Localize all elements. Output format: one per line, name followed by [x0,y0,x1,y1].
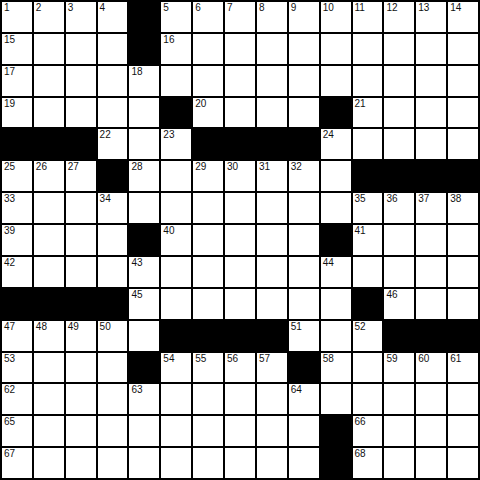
crossword-cell[interactable]: 33 [2,193,32,223]
crossword-cell[interactable] [257,289,287,319]
crossword-cell[interactable] [384,225,414,255]
crossword-cell[interactable] [353,353,383,383]
crossword-cell[interactable] [98,257,128,287]
clue-number: 5 [163,2,169,14]
crossword-cell[interactable] [129,129,159,159]
crossword-cell[interactable]: 16 [161,34,191,64]
crossword-cell[interactable] [66,257,96,287]
clue-number: 44 [323,257,334,269]
crossword-cell[interactable] [66,353,96,383]
crossword-cell[interactable] [289,289,319,319]
crossword-cell[interactable]: 54 [161,353,191,383]
crossword-cell[interactable] [289,66,319,96]
clue-number: 46 [386,289,397,301]
clue-number: 50 [100,321,111,333]
crossword-cell[interactable] [98,416,128,446]
crossword-cell[interactable] [448,66,478,96]
crossword-cell[interactable] [416,257,446,287]
crossword-cell[interactable]: 29 [193,161,223,191]
crossword-cell[interactable]: 38 [448,193,478,223]
crossword-cell[interactable]: 41 [353,225,383,255]
crossword-cell[interactable] [66,193,96,223]
crossword-cell[interactable]: 20 [193,98,223,128]
crossword-cell[interactable] [34,416,64,446]
crossword-cell[interactable]: 65 [2,416,32,446]
crossword-cell[interactable] [193,257,223,287]
crossword-cell[interactable] [448,257,478,287]
crossword-cell[interactable] [225,257,255,287]
crossword-cell[interactable] [257,193,287,223]
crossword-cell[interactable] [321,193,351,223]
clue-number: 67 [4,448,15,460]
crossword-cell[interactable]: 19 [2,98,32,128]
clue-number: 18 [131,66,142,78]
crossword-cell[interactable]: 1 [2,2,32,32]
crossword-black-cell [161,98,191,128]
crossword-cell[interactable] [193,225,223,255]
clue-number: 11 [355,2,365,14]
crossword-cell[interactable] [289,416,319,446]
crossword-cell[interactable]: 45 [129,289,159,319]
crossword-black-cell [2,129,32,159]
crossword-cell[interactable]: 52 [353,321,383,351]
crossword-cell[interactable]: 58 [321,353,351,383]
crossword-cell[interactable]: 56 [225,353,255,383]
crossword-cell[interactable] [98,98,128,128]
clue-number: 43 [131,257,142,269]
crossword-black-cell [34,129,64,159]
clue-number: 35 [355,193,366,205]
clue-number: 28 [131,161,142,173]
clue-number: 23 [163,129,174,141]
crossword-cell[interactable] [129,448,159,478]
crossword-cell[interactable] [225,416,255,446]
crossword-cell[interactable] [257,66,287,96]
clue-number: 25 [4,161,15,173]
crossword-cell[interactable] [384,98,414,128]
crossword-cell[interactable]: 17 [2,66,32,96]
clue-number: 54 [163,353,174,365]
crossword-black-cell [321,448,351,478]
crossword-cell[interactable] [98,34,128,64]
crossword-cell[interactable]: 22 [98,129,128,159]
crossword-cell[interactable]: 18 [129,66,159,96]
crossword-cell[interactable]: 61 [448,353,478,383]
clue-number: 33 [4,193,15,205]
crossword-cell[interactable] [257,257,287,287]
crossword-black-cell [353,289,383,319]
crossword-cell[interactable]: 6 [193,2,223,32]
crossword-cell[interactable] [353,257,383,287]
clue-number: 47 [4,321,15,333]
crossword-cell[interactable] [416,66,446,96]
clue-number: 48 [36,321,47,333]
crossword-cell[interactable] [34,257,64,287]
crossword-cell[interactable] [66,416,96,446]
crossword-black-cell [416,161,446,191]
crossword-black-cell [384,161,414,191]
crossword-black-cell [448,321,478,351]
clue-number: 65 [4,416,15,428]
crossword-cell[interactable]: 14 [448,2,478,32]
crossword-cell[interactable]: 59 [384,353,414,383]
crossword-cell[interactable]: 57 [257,353,287,383]
crossword-cell[interactable] [321,161,351,191]
crossword-cell[interactable] [353,129,383,159]
crossword-cell[interactable]: 32 [289,161,319,191]
clue-number: 3 [68,2,74,14]
crossword-cell[interactable] [66,34,96,64]
clue-number: 52 [355,321,366,333]
clue-number: 16 [163,34,174,46]
crossword-cell[interactable] [448,225,478,255]
clue-number: 32 [291,161,302,173]
crossword-cell[interactable] [66,98,96,128]
crossword-cell[interactable]: 62 [2,384,32,414]
clue-number: 9 [291,2,297,14]
crossword-cell[interactable] [416,225,446,255]
crossword-cell[interactable] [225,289,255,319]
crossword-cell[interactable] [34,448,64,478]
clue-number: 6 [195,2,201,14]
crossword-cell[interactable] [161,193,191,223]
clue-number: 20 [195,98,206,110]
crossword-cell[interactable] [289,98,319,128]
crossword-black-cell [66,129,96,159]
crossword-cell[interactable] [34,34,64,64]
crossword-cell[interactable] [384,66,414,96]
clue-number: 56 [227,353,238,365]
crossword-cell[interactable] [321,384,351,414]
clue-number: 58 [323,353,334,365]
crossword-cell[interactable]: 39 [2,225,32,255]
clue-number: 14 [450,2,461,14]
crossword-black-cell [161,321,191,351]
crossword-cell[interactable] [34,98,64,128]
clue-number: 60 [418,353,429,365]
crossword-black-cell [225,129,255,159]
crossword-cell[interactable] [34,193,64,223]
crossword-cell[interactable] [321,289,351,319]
crossword-black-cell [416,321,446,351]
crossword-cell[interactable] [384,129,414,159]
clue-number: 12 [386,2,397,14]
crossword-puzzle: 1234567891011121314151617181920212223242… [0,0,480,480]
crossword-cell[interactable] [66,66,96,96]
crossword-cell[interactable] [225,98,255,128]
crossword-cell[interactable] [66,225,96,255]
clue-number: 24 [323,129,334,141]
crossword-cell[interactable]: 7 [225,2,255,32]
crossword-cell[interactable] [384,34,414,64]
crossword-cell[interactable] [257,98,287,128]
crossword-cell[interactable]: 31 [257,161,287,191]
crossword-cell[interactable] [353,34,383,64]
crossword-cell[interactable] [257,384,287,414]
crossword-cell[interactable] [98,225,128,255]
crossword-black-cell [34,289,64,319]
crossword-cell[interactable] [416,448,446,478]
crossword-cell[interactable] [289,257,319,287]
crossword-cell[interactable] [161,384,191,414]
crossword-cell[interactable]: 3 [66,2,96,32]
crossword-cell[interactable] [257,225,287,255]
crossword-cell[interactable] [225,448,255,478]
crossword-cell[interactable]: 37 [416,193,446,223]
clue-number: 41 [355,225,366,237]
crossword-cell[interactable] [448,448,478,478]
crossword-cell[interactable] [225,225,255,255]
crossword-cell[interactable] [34,384,64,414]
clue-number: 53 [4,353,15,365]
crossword-cell[interactable] [384,257,414,287]
clue-number: 15 [4,34,15,46]
crossword-cell[interactable]: 34 [98,193,128,223]
crossword-cell[interactable]: 63 [129,384,159,414]
clue-number: 13 [418,2,429,14]
crossword-cell[interactable] [416,34,446,64]
crossword-cell[interactable] [225,34,255,64]
crossword-cell[interactable] [448,129,478,159]
crossword-black-cell [129,225,159,255]
crossword-black-cell [257,129,287,159]
clue-number: 19 [4,98,15,110]
crossword-cell[interactable] [129,193,159,223]
crossword-cell[interactable] [66,384,96,414]
clue-number: 39 [4,225,15,237]
clue-number: 62 [4,384,15,396]
crossword-cell[interactable]: 48 [34,321,64,351]
crossword-black-cell [321,416,351,446]
crossword-cell[interactable]: 46 [384,289,414,319]
crossword-cell[interactable] [193,448,223,478]
crossword-black-cell [353,161,383,191]
crossword-cell[interactable] [98,353,128,383]
crossword-cell[interactable]: 15 [2,34,32,64]
clue-number: 7 [227,2,233,14]
crossword-black-cell [289,129,319,159]
crossword-cell[interactable] [448,416,478,446]
clue-number: 57 [259,353,270,365]
crossword-cell[interactable]: 24 [321,129,351,159]
crossword-cell[interactable]: 66 [353,416,383,446]
crossword-cell[interactable]: 47 [2,321,32,351]
crossword-cell[interactable] [416,289,446,319]
crossword-cell[interactable] [321,34,351,64]
crossword-cell[interactable] [321,321,351,351]
crossword-cell[interactable]: 53 [2,353,32,383]
crossword-cell[interactable] [66,448,96,478]
crossword-cell[interactable]: 49 [66,321,96,351]
crossword-cell[interactable]: 26 [34,161,64,191]
crossword-cell[interactable] [161,289,191,319]
crossword-cell[interactable] [225,193,255,223]
crossword-black-cell [66,289,96,319]
crossword-cell[interactable]: 60 [416,353,446,383]
crossword-cell[interactable]: 64 [289,384,319,414]
crossword-cell[interactable]: 68 [353,448,383,478]
clue-number: 37 [418,193,429,205]
crossword-cell[interactable]: 21 [353,98,383,128]
crossword-cell[interactable]: 5 [161,2,191,32]
crossword-cell[interactable] [448,384,478,414]
clue-number: 2 [36,2,42,14]
crossword-black-cell [129,2,159,32]
clue-number: 38 [450,193,461,205]
crossword-cell[interactable] [193,289,223,319]
crossword-cell[interactable]: 8 [257,2,287,32]
crossword-cell[interactable]: 23 [161,129,191,159]
crossword-cell[interactable] [193,193,223,223]
crossword-cell[interactable]: 44 [321,257,351,287]
crossword-cell[interactable] [448,289,478,319]
crossword-cell[interactable] [34,225,64,255]
crossword-cell[interactable] [161,161,191,191]
crossword-black-cell [225,321,255,351]
crossword-cell[interactable]: 12 [384,2,414,32]
crossword-cell[interactable] [353,384,383,414]
crossword-cell[interactable] [98,448,128,478]
clue-number: 34 [100,193,111,205]
crossword-cell[interactable] [289,34,319,64]
crossword-cell[interactable]: 28 [129,161,159,191]
crossword-cell[interactable] [257,34,287,64]
crossword-cell[interactable]: 43 [129,257,159,287]
clue-number: 1 [4,2,10,14]
crossword-cell[interactable] [353,66,383,96]
crossword-cell[interactable] [98,66,128,96]
clue-number: 29 [195,161,206,173]
crossword-black-cell [193,321,223,351]
clue-number: 10 [323,2,334,14]
crossword-cell[interactable]: 9 [289,2,319,32]
crossword-cell[interactable] [34,66,64,96]
crossword-cell[interactable]: 35 [353,193,383,223]
clue-number: 40 [163,225,174,237]
crossword-cell[interactable]: 4 [98,2,128,32]
crossword-cell[interactable] [416,129,446,159]
crossword-black-cell [321,225,351,255]
crossword-cell[interactable] [129,416,159,446]
crossword-cell[interactable] [129,98,159,128]
crossword-cell[interactable] [161,257,191,287]
crossword-black-cell [257,321,287,351]
crossword-black-cell [98,161,128,191]
crossword-cell[interactable]: 40 [161,225,191,255]
crossword-cell[interactable] [129,321,159,351]
crossword-cell[interactable]: 11 [353,2,383,32]
crossword-cell[interactable] [161,416,191,446]
crossword-cell[interactable]: 25 [2,161,32,191]
crossword-black-cell [98,289,128,319]
crossword-black-cell [129,34,159,64]
clue-number: 31 [259,161,270,173]
crossword-black-cell [2,289,32,319]
crossword-black-cell [289,353,319,383]
clue-number: 51 [291,321,302,333]
clue-number: 36 [386,193,397,205]
crossword-cell[interactable] [416,384,446,414]
crossword-cell[interactable] [193,34,223,64]
crossword-cell[interactable]: 50 [98,321,128,351]
crossword-cell[interactable] [448,34,478,64]
crossword-cell[interactable] [257,448,287,478]
crossword-cell[interactable]: 36 [384,193,414,223]
crossword-black-cell [129,353,159,383]
clue-number: 8 [259,2,265,14]
clue-number: 17 [4,66,15,78]
clue-number: 27 [68,161,79,173]
crossword-cell[interactable]: 67 [2,448,32,478]
clue-number: 61 [450,353,461,365]
crossword-cell[interactable] [161,66,191,96]
clue-number: 45 [131,289,142,301]
crossword-cell[interactable] [448,98,478,128]
crossword-cell[interactable] [321,66,351,96]
crossword-black-cell [448,161,478,191]
clue-number: 59 [386,353,397,365]
crossword-cell[interactable] [289,448,319,478]
clue-number: 26 [36,161,47,173]
clue-number: 63 [131,384,142,396]
crossword-cell[interactable] [416,416,446,446]
clue-number: 22 [100,129,111,141]
crossword-cell[interactable]: 42 [2,257,32,287]
clue-number: 64 [291,384,302,396]
crossword-cell[interactable] [416,98,446,128]
crossword-grid: 1234567891011121314151617181920212223242… [0,0,480,480]
crossword-cell[interactable]: 27 [66,161,96,191]
crossword-cell[interactable]: 55 [193,353,223,383]
crossword-cell[interactable] [289,193,319,223]
crossword-black-cell [384,321,414,351]
crossword-cell[interactable] [161,448,191,478]
crossword-cell[interactable] [289,225,319,255]
crossword-cell[interactable]: 10 [321,2,351,32]
crossword-cell[interactable] [225,66,255,96]
crossword-cell[interactable] [98,384,128,414]
crossword-cell[interactable]: 2 [34,2,64,32]
crossword-cell[interactable] [225,384,255,414]
clue-number: 30 [227,161,238,173]
clue-number: 4 [100,2,106,14]
crossword-cell[interactable] [193,416,223,446]
crossword-cell[interactable]: 30 [225,161,255,191]
crossword-cell[interactable] [193,66,223,96]
clue-number: 42 [4,257,15,269]
crossword-cell[interactable] [384,384,414,414]
clue-number: 55 [195,353,206,365]
crossword-cell[interactable]: 51 [289,321,319,351]
crossword-cell[interactable] [257,416,287,446]
crossword-black-cell [193,129,223,159]
clue-number: 49 [68,321,79,333]
crossword-cell[interactable] [384,416,414,446]
crossword-cell[interactable] [384,448,414,478]
crossword-cell[interactable]: 13 [416,2,446,32]
crossword-cell[interactable] [193,384,223,414]
clue-number: 68 [355,448,366,460]
clue-number: 66 [355,416,366,428]
clue-number: 21 [355,98,366,110]
crossword-cell[interactable] [34,353,64,383]
crossword-black-cell [321,98,351,128]
